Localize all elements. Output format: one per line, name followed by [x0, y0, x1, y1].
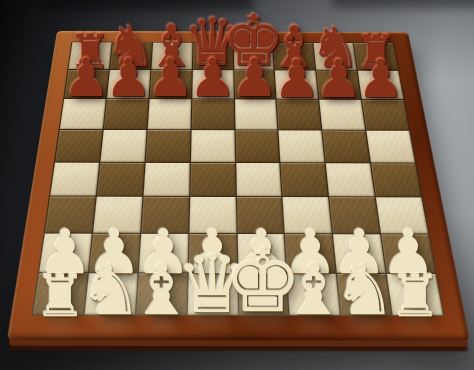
- piece-white-rook[interactable]: ♜: [389, 267, 441, 325]
- piece-black-pawn[interactable]: ♟: [147, 52, 194, 105]
- pieces-layer: ♜♞♝♛♚♝♞♜♟♟♟♟♟♟♟♟♟♟♟♟♟♟♟♟♜♞♝♛♚♝♞♜: [0, 0, 474, 370]
- piece-black-pawn[interactable]: ♟: [273, 53, 320, 106]
- scene: ♜♞♝♛♚♝♞♜♟♟♟♟♟♟♟♟♟♟♟♟♟♟♟♟♜♞♝♛♚♝♞♜: [0, 0, 474, 370]
- piece-black-pawn[interactable]: ♟: [315, 53, 362, 106]
- piece-black-pawn[interactable]: ♟: [105, 52, 152, 105]
- piece-black-pawn[interactable]: ♟: [189, 52, 236, 105]
- piece-white-knight[interactable]: ♞: [333, 255, 396, 325]
- piece-black-pawn[interactable]: ♟: [63, 52, 110, 105]
- piece-white-rook[interactable]: ♜: [34, 266, 86, 324]
- piece-black-pawn[interactable]: ♟: [357, 53, 404, 106]
- piece-black-pawn[interactable]: ♟: [231, 52, 278, 105]
